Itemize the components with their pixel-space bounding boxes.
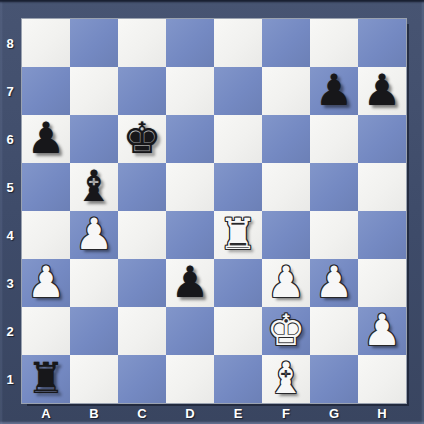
square-g5[interactable] xyxy=(310,163,358,211)
square-g2[interactable] xyxy=(310,307,358,355)
rank-label-3: 3 xyxy=(0,259,20,307)
square-a4[interactable] xyxy=(22,211,70,259)
rank-label-7: 7 xyxy=(0,67,20,115)
rank-label-2: 2 xyxy=(0,307,20,355)
square-b4[interactable]: ♟ xyxy=(70,211,118,259)
square-a7[interactable] xyxy=(22,67,70,115)
file-label-h: H xyxy=(358,404,406,423)
square-g6[interactable] xyxy=(310,115,358,163)
piece-white-pawn[interactable]: ♟ xyxy=(315,258,354,306)
square-c1[interactable] xyxy=(118,355,166,403)
square-f5[interactable] xyxy=(262,163,310,211)
square-e5[interactable] xyxy=(214,163,262,211)
rank-label-8: 8 xyxy=(0,19,20,67)
piece-white-pawn[interactable]: ♟ xyxy=(267,258,306,306)
square-c7[interactable] xyxy=(118,67,166,115)
piece-black-pawn[interactable]: ♟ xyxy=(27,114,66,162)
square-h2[interactable]: ♟ xyxy=(358,307,406,355)
chess-board: ♟♟♟♚♝♟♜♟♟♟♟♚♟♜♝ xyxy=(22,19,406,403)
square-d8[interactable] xyxy=(166,19,214,67)
square-d7[interactable] xyxy=(166,67,214,115)
square-f1[interactable]: ♝ xyxy=(262,355,310,403)
square-c3[interactable] xyxy=(118,259,166,307)
square-h3[interactable] xyxy=(358,259,406,307)
square-e8[interactable] xyxy=(214,19,262,67)
square-b2[interactable] xyxy=(70,307,118,355)
piece-black-bishop[interactable]: ♝ xyxy=(75,162,114,210)
piece-black-pawn[interactable]: ♟ xyxy=(363,66,402,114)
file-label-a: A xyxy=(22,404,70,423)
square-a3[interactable]: ♟ xyxy=(22,259,70,307)
square-f4[interactable] xyxy=(262,211,310,259)
square-d4[interactable] xyxy=(166,211,214,259)
piece-black-king[interactable]: ♚ xyxy=(123,114,162,162)
square-e6[interactable] xyxy=(214,115,262,163)
piece-white-king[interactable]: ♚ xyxy=(267,306,306,354)
square-e3[interactable] xyxy=(214,259,262,307)
board-frame: 87654321 ♟♟♟♚♝♟♜♟♟♟♟♚♟♜♝ ABCDEFGH xyxy=(0,0,424,424)
square-h1[interactable] xyxy=(358,355,406,403)
square-d6[interactable] xyxy=(166,115,214,163)
piece-black-pawn[interactable]: ♟ xyxy=(315,66,354,114)
square-b7[interactable] xyxy=(70,67,118,115)
square-d5[interactable] xyxy=(166,163,214,211)
square-b3[interactable] xyxy=(70,259,118,307)
square-h5[interactable] xyxy=(358,163,406,211)
file-label-b: B xyxy=(70,404,118,423)
square-c6[interactable]: ♚ xyxy=(118,115,166,163)
square-a6[interactable]: ♟ xyxy=(22,115,70,163)
square-g8[interactable] xyxy=(310,19,358,67)
square-c5[interactable] xyxy=(118,163,166,211)
file-labels: ABCDEFGH xyxy=(22,404,406,423)
piece-black-rook[interactable]: ♜ xyxy=(27,354,66,402)
file-label-e: E xyxy=(214,404,262,423)
rank-labels: 87654321 xyxy=(0,19,22,403)
square-a8[interactable] xyxy=(22,19,70,67)
rank-label-4: 4 xyxy=(0,211,20,259)
square-c8[interactable] xyxy=(118,19,166,67)
square-a5[interactable] xyxy=(22,163,70,211)
square-f6[interactable] xyxy=(262,115,310,163)
file-label-f: F xyxy=(262,404,310,423)
file-label-c: C xyxy=(118,404,166,423)
piece-white-pawn[interactable]: ♟ xyxy=(75,210,114,258)
piece-white-bishop[interactable]: ♝ xyxy=(267,354,306,402)
square-h6[interactable] xyxy=(358,115,406,163)
square-d2[interactable] xyxy=(166,307,214,355)
square-c2[interactable] xyxy=(118,307,166,355)
square-h4[interactable] xyxy=(358,211,406,259)
piece-black-pawn[interactable]: ♟ xyxy=(171,258,210,306)
square-g3[interactable]: ♟ xyxy=(310,259,358,307)
square-c4[interactable] xyxy=(118,211,166,259)
file-label-d: D xyxy=(166,404,214,423)
piece-white-rook[interactable]: ♜ xyxy=(219,210,258,258)
square-d3[interactable]: ♟ xyxy=(166,259,214,307)
square-b8[interactable] xyxy=(70,19,118,67)
piece-white-pawn[interactable]: ♟ xyxy=(363,306,402,354)
square-f8[interactable] xyxy=(262,19,310,67)
square-d1[interactable] xyxy=(166,355,214,403)
rank-label-6: 6 xyxy=(0,115,20,163)
square-e4[interactable]: ♜ xyxy=(214,211,262,259)
square-a1[interactable]: ♜ xyxy=(22,355,70,403)
square-b5[interactable]: ♝ xyxy=(70,163,118,211)
piece-white-pawn[interactable]: ♟ xyxy=(27,258,66,306)
square-e2[interactable] xyxy=(214,307,262,355)
rank-label-5: 5 xyxy=(0,163,20,211)
square-f2[interactable]: ♚ xyxy=(262,307,310,355)
square-f7[interactable] xyxy=(262,67,310,115)
square-e7[interactable] xyxy=(214,67,262,115)
square-h8[interactable] xyxy=(358,19,406,67)
square-b1[interactable] xyxy=(70,355,118,403)
square-h7[interactable]: ♟ xyxy=(358,67,406,115)
square-g7[interactable]: ♟ xyxy=(310,67,358,115)
square-e1[interactable] xyxy=(214,355,262,403)
rank-label-1: 1 xyxy=(0,355,20,403)
square-b6[interactable] xyxy=(70,115,118,163)
square-a2[interactable] xyxy=(22,307,70,355)
square-g1[interactable] xyxy=(310,355,358,403)
square-g4[interactable] xyxy=(310,211,358,259)
square-f3[interactable]: ♟ xyxy=(262,259,310,307)
file-label-g: G xyxy=(310,404,358,423)
